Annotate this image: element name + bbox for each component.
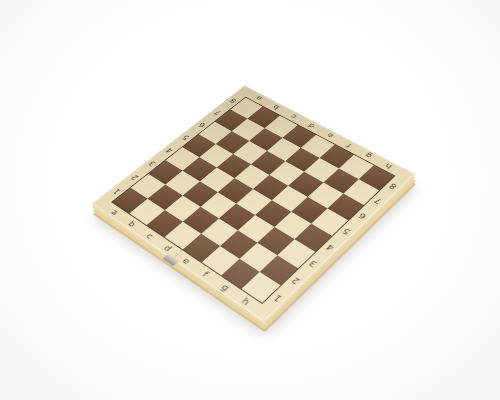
playing-area	[112, 98, 394, 303]
chessboard: abcdefgh abcdefgh 87654321 87654321	[91, 85, 415, 322]
product-photo-background: abcdefgh abcdefgh 87654321 87654321	[0, 0, 500, 400]
